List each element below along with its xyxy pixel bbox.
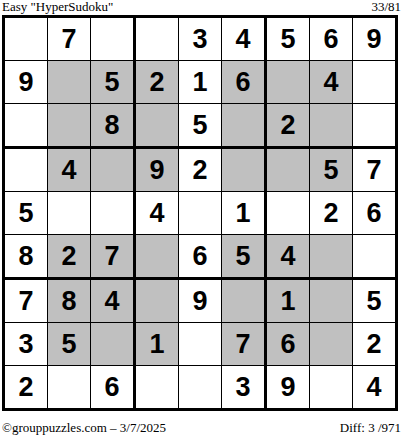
cell-r5c7[interactable]: [267, 192, 310, 235]
cell-r8c3[interactable]: [91, 323, 136, 366]
cell-r5c6: 1: [222, 192, 267, 235]
cell-r9c1: 2: [5, 366, 48, 408]
given-digit: 6: [104, 373, 119, 401]
cell-r7c3: 4: [91, 280, 136, 323]
given-digit: 5: [280, 25, 295, 53]
given-digit: 6: [366, 199, 381, 227]
given-digit: 2: [61, 242, 76, 270]
cell-r3c6[interactable]: [222, 104, 267, 149]
cell-r6c5: 6: [179, 235, 222, 280]
cell-r4c7[interactable]: [267, 149, 310, 192]
cell-r4c3[interactable]: [91, 149, 136, 192]
cell-r6c8[interactable]: [310, 235, 353, 280]
cell-r6c1: 8: [5, 235, 48, 280]
given-digit: 9: [149, 156, 164, 184]
given-digit: 4: [366, 373, 381, 401]
puzzle-page: Easy "HyperSudoku" 33/81 734569952164852…: [0, 0, 402, 437]
given-digit: 2: [192, 156, 207, 184]
given-digit: 4: [280, 242, 295, 270]
cell-r5c2[interactable]: [48, 192, 91, 235]
cell-r3c4[interactable]: [136, 104, 179, 149]
cell-r5c9: 6: [353, 192, 395, 235]
cell-r3c1[interactable]: [5, 104, 48, 149]
cell-r3c3: 8: [91, 104, 136, 149]
cell-r3c2[interactable]: [48, 104, 91, 149]
cell-r2c8: 4: [310, 61, 353, 104]
cell-r2c6: 6: [222, 61, 267, 104]
cell-r9c4[interactable]: [136, 366, 179, 408]
cell-r8c9: 2: [353, 323, 395, 366]
cell-r7c6[interactable]: [222, 280, 267, 323]
given-digit: 5: [61, 330, 76, 358]
cell-r5c1: 5: [5, 192, 48, 235]
cell-r5c5[interactable]: [179, 192, 222, 235]
cell-r2c9[interactable]: [353, 61, 395, 104]
cell-r2c5: 1: [179, 61, 222, 104]
given-digit: 5: [235, 242, 250, 270]
cell-r9c8[interactable]: [310, 366, 353, 408]
cell-r9c3: 6: [91, 366, 136, 408]
cell-r8c6: 7: [222, 323, 267, 366]
cell-r8c5[interactable]: [179, 323, 222, 366]
given-digit: 5: [366, 287, 381, 315]
cell-r7c9: 5: [353, 280, 395, 323]
cell-r4c4: 9: [136, 149, 179, 192]
given-digit: 7: [61, 25, 76, 53]
cell-r1c4[interactable]: [136, 18, 179, 61]
footer: ©grouppuzzles.com – 3/7/2025 Diff: 3 /97…: [0, 420, 402, 435]
cell-r9c5[interactable]: [179, 366, 222, 408]
given-digit: 3: [18, 330, 33, 358]
cell-r5c4: 4: [136, 192, 179, 235]
given-digit: 7: [366, 156, 381, 184]
given-digit: 1: [149, 330, 164, 358]
given-digit: 7: [235, 330, 250, 358]
given-digit: 5: [192, 111, 207, 139]
cell-r1c8: 6: [310, 18, 353, 61]
cell-r7c4[interactable]: [136, 280, 179, 323]
given-digit: 8: [104, 111, 119, 139]
given-digit: 9: [18, 68, 33, 96]
copyright-credit: ©grouppuzzles.com – 3/7/2025: [2, 420, 166, 435]
cell-r4c1[interactable]: [5, 149, 48, 192]
given-digit: 3: [235, 373, 250, 401]
cell-r1c2: 7: [48, 18, 91, 61]
given-digit: 6: [235, 68, 250, 96]
given-digit: 6: [192, 242, 207, 270]
given-digit: 3: [192, 25, 207, 53]
sudoku-board: 7345699521648524925754126827654784915351…: [2, 15, 398, 411]
given-digit: 8: [61, 287, 76, 315]
cell-r3c9[interactable]: [353, 104, 395, 149]
given-digit: 4: [149, 199, 164, 227]
cell-r7c8[interactable]: [310, 280, 353, 323]
cell-r2c3: 5: [91, 61, 136, 104]
given-digit: 5: [323, 156, 338, 184]
given-digit: 1: [235, 199, 250, 227]
header: Easy "HyperSudoku" 33/81: [0, 0, 402, 15]
given-digit: 8: [18, 242, 33, 270]
cell-r3c7: 2: [267, 104, 310, 149]
cell-r6c9[interactable]: [353, 235, 395, 280]
difficulty-label: Diff: 3 /971: [340, 420, 401, 435]
cell-r1c6: 4: [222, 18, 267, 61]
cell-r2c7[interactable]: [267, 61, 310, 104]
cell-r9c2[interactable]: [48, 366, 91, 408]
cell-r5c3[interactable]: [91, 192, 136, 235]
given-digit: 1: [280, 287, 295, 315]
cell-r7c5: 9: [179, 280, 222, 323]
cell-r6c6: 5: [222, 235, 267, 280]
cell-r2c2[interactable]: [48, 61, 91, 104]
given-digit: 6: [323, 25, 338, 53]
given-digit: 6: [280, 330, 295, 358]
cell-r1c7: 5: [267, 18, 310, 61]
given-digit: 9: [366, 25, 381, 53]
puzzle-title: Easy "HyperSudoku": [2, 0, 113, 14]
given-digit: 4: [323, 68, 338, 96]
given-digit: 7: [18, 287, 33, 315]
cell-r1c3[interactable]: [91, 18, 136, 61]
progress-counter: 33/81: [371, 0, 401, 14]
cell-r3c5: 5: [179, 104, 222, 149]
cell-r4c9: 7: [353, 149, 395, 192]
given-digit: 4: [104, 287, 119, 315]
cell-r5c8: 2: [310, 192, 353, 235]
cell-r7c7: 1: [267, 280, 310, 323]
given-digit: 7: [104, 242, 119, 270]
given-digit: 2: [149, 68, 164, 96]
cell-r6c4[interactable]: [136, 235, 179, 280]
cell-r7c2: 8: [48, 280, 91, 323]
given-digit: 2: [18, 373, 33, 401]
given-digit: 4: [235, 25, 250, 53]
cell-r9c7: 9: [267, 366, 310, 408]
cell-r8c2: 5: [48, 323, 91, 366]
given-digit: 5: [104, 68, 119, 96]
cell-r8c1: 3: [5, 323, 48, 366]
cell-r9c9: 4: [353, 366, 395, 408]
cell-r6c3: 7: [91, 235, 136, 280]
cell-r7c1: 7: [5, 280, 48, 323]
cell-r1c9: 9: [353, 18, 395, 61]
cell-r8c7: 6: [267, 323, 310, 366]
cell-r4c6[interactable]: [222, 149, 267, 192]
given-digit: 2: [280, 111, 295, 139]
cell-r8c4: 1: [136, 323, 179, 366]
given-digit: 2: [323, 199, 338, 227]
cell-r9c6: 3: [222, 366, 267, 408]
cell-r2c4: 2: [136, 61, 179, 104]
given-digit: 4: [61, 156, 76, 184]
cell-r1c5: 3: [179, 18, 222, 61]
cell-r6c2: 2: [48, 235, 91, 280]
given-digit: 9: [192, 287, 207, 315]
cell-r2c1: 9: [5, 61, 48, 104]
cell-r6c7: 4: [267, 235, 310, 280]
cell-r4c5: 2: [179, 149, 222, 192]
cell-r4c8: 5: [310, 149, 353, 192]
given-digit: 9: [280, 373, 295, 401]
given-digit: 2: [366, 330, 381, 358]
cell-r1c1[interactable]: [5, 18, 48, 61]
cell-r4c2: 4: [48, 149, 91, 192]
cell-r3c8[interactable]: [310, 104, 353, 149]
given-digit: 5: [18, 199, 33, 227]
cell-r8c8[interactable]: [310, 323, 353, 366]
given-digit: 1: [192, 68, 207, 96]
